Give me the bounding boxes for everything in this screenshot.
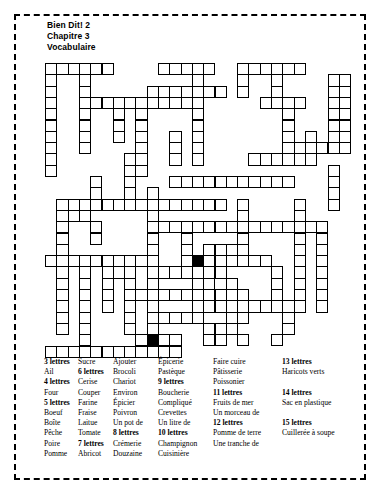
word-item: Sac en plastique — [282, 398, 335, 408]
word-item: Cuisinière — [158, 449, 197, 459]
word-item: Épicier — [113, 398, 143, 408]
blank-line — [282, 377, 335, 387]
word-item: Poivron — [113, 408, 143, 418]
length-header: 15 lettres — [282, 418, 335, 428]
word-bank-column: 13 lettresHaricots verts14 lettresSac en… — [282, 357, 335, 439]
word-item: Pâtisserie — [213, 367, 261, 377]
word-item: Épicerie — [158, 357, 197, 367]
word-bank-column: 3 lettresAil4 lettresFour5 lettresBoeufB… — [44, 357, 70, 459]
word-item: Un litre de — [158, 418, 197, 428]
length-header: 11 lettres — [213, 388, 261, 398]
word-item: Chariot — [113, 377, 143, 387]
word-item: Un morceau de — [213, 408, 261, 418]
worksheet-page: Bien Dit! 2 Chapitre 3 Vocabulaire 3 let… — [0, 0, 386, 500]
word-item: Poissonier — [213, 377, 261, 387]
length-header: 4 lettres — [44, 377, 70, 387]
word-bank-column: AjouterBrocoliChariotEnvironÉpicierPoivr… — [113, 357, 143, 459]
length-header: 7 lettres — [78, 439, 104, 449]
word-item: Faire cuire — [213, 357, 261, 367]
word-item: Ajouter — [113, 357, 143, 367]
word-item: Fraise — [78, 408, 104, 418]
blank-line — [282, 408, 335, 418]
word-bank: 3 lettresAil4 lettresFour5 lettresBoeufB… — [0, 0, 386, 500]
word-item: Boeuf — [44, 408, 70, 418]
word-item: Crevettes — [158, 408, 197, 418]
word-item: Tomate — [78, 428, 104, 438]
word-bank-column: Sucre6 lettresCeriseCouperFarineFraiseLa… — [78, 357, 104, 459]
length-header: 12 lettres — [213, 418, 261, 428]
length-header: 3 lettres — [44, 357, 70, 367]
word-item: Pomme — [44, 449, 70, 459]
word-item: Un pot de — [113, 418, 143, 428]
word-item: Cuillerée à soupe — [282, 428, 335, 438]
word-item: Pomme de terre — [213, 428, 261, 438]
word-item: Douzaine — [113, 449, 143, 459]
word-item: Boîte — [44, 418, 70, 428]
length-header: 5 lettres — [44, 398, 70, 408]
word-item: Cerise — [78, 377, 104, 387]
word-item: Crémerie — [113, 439, 143, 449]
word-item: Couper — [78, 388, 104, 398]
word-item: Sucre — [78, 357, 104, 367]
word-item: Farine — [78, 398, 104, 408]
word-bank-column: Faire cuirePâtisseriePoissonier11 lettre… — [213, 357, 261, 449]
word-item: Fruits de mer — [213, 398, 261, 408]
word-item: Four — [44, 388, 70, 398]
length-header: 9 lettres — [158, 377, 197, 387]
word-item: Boucherie — [158, 388, 197, 398]
word-item: Une tranche de — [213, 439, 261, 449]
word-item: Pastèque — [158, 367, 197, 377]
word-bank-column: ÉpiceriePastèque9 lettresBoucherieCompli… — [158, 357, 197, 459]
length-header: 6 lettres — [78, 367, 104, 377]
word-item: Compliqué — [158, 398, 197, 408]
word-item: Environ — [113, 388, 143, 398]
word-item: Brocoli — [113, 367, 143, 377]
word-item: Laitue — [78, 418, 104, 428]
length-header: 13 lettres — [282, 357, 335, 367]
word-item: Abricot — [78, 449, 104, 459]
word-item: Pêche — [44, 428, 70, 438]
length-header: 14 lettres — [282, 388, 335, 398]
length-header: 10 lettres — [158, 428, 197, 438]
length-header: 8 lettres — [113, 428, 143, 438]
word-item: Haricots verts — [282, 367, 335, 377]
word-item: Champignon — [158, 439, 197, 449]
word-item: Ail — [44, 367, 70, 377]
word-item: Poire — [44, 439, 70, 449]
